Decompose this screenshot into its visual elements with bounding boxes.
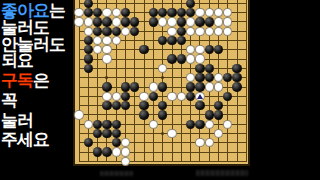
overlay-text-panel: 좋아요는눌러도안눌러도되요구독은꼭눌러주세요 [0, 0, 73, 180]
white-stone [121, 138, 130, 147]
white-stone [112, 147, 121, 156]
white-stone [186, 54, 195, 63]
white-stone [121, 147, 130, 156]
overlay-text-part: 꼭 [1, 91, 17, 110]
black-stone [102, 129, 111, 138]
black-stone [139, 110, 148, 119]
grid-line [144, 0, 145, 162]
watermark-right [196, 170, 248, 176]
black-stone [112, 138, 121, 147]
white-stone [93, 45, 102, 54]
black-stone [195, 17, 204, 26]
black-stone [130, 27, 139, 36]
white-stone [74, 8, 83, 17]
white-stone [186, 27, 195, 36]
white-stone [121, 27, 130, 36]
white-stone [102, 8, 111, 17]
black-stone [93, 17, 102, 26]
black-stone [149, 8, 158, 17]
white-stone [102, 36, 111, 45]
white-stone [223, 17, 232, 26]
white-stone [74, 110, 83, 119]
black-stone [93, 120, 102, 129]
white-stone [121, 157, 130, 166]
white-stone [74, 17, 83, 26]
black-stone [102, 120, 111, 129]
black-stone [84, 0, 93, 8]
white-stone [167, 27, 176, 36]
black-stone [93, 129, 102, 138]
black-stone [84, 45, 93, 54]
black-stone [84, 54, 93, 63]
star-point [105, 76, 108, 79]
black-stone [177, 54, 186, 63]
white-stone [214, 17, 223, 26]
black-stone [205, 17, 214, 26]
white-stone [214, 8, 223, 17]
white-stone [214, 73, 223, 82]
black-stone [186, 92, 195, 101]
white-stone [195, 8, 204, 17]
overlay-text-line: 주세요 [1, 131, 49, 148]
black-stone [102, 27, 111, 36]
white-stone [177, 92, 186, 101]
black-stone [112, 27, 121, 36]
white-stone [112, 92, 121, 101]
black-stone [195, 73, 204, 82]
white-stone [205, 138, 214, 147]
grid-line [79, 142, 247, 143]
black-stone [205, 64, 214, 73]
overlay-text-part: 되요 [1, 51, 33, 70]
white-stone [139, 92, 148, 101]
white-stone [102, 54, 111, 63]
white-stone [205, 82, 214, 91]
white-stone [84, 17, 93, 26]
black-stone [186, 0, 195, 8]
black-stone [84, 8, 93, 17]
black-stone [121, 8, 130, 17]
black-stone [167, 54, 176, 63]
black-stone [158, 110, 167, 119]
black-stone [139, 101, 148, 110]
overlay-text-part: 는 [49, 1, 65, 20]
black-stone [93, 8, 102, 17]
black-stone [232, 64, 241, 73]
black-stone [149, 92, 158, 101]
overlay-text-part: 눌러 [1, 111, 33, 130]
white-stone [223, 120, 232, 129]
black-stone [186, 8, 195, 17]
grid-line [246, 0, 247, 162]
overlay-text-part: 주세요 [1, 130, 49, 149]
black-stone [84, 138, 93, 147]
right-letterbox [250, 0, 320, 180]
black-stone [195, 120, 204, 129]
white-stone [214, 129, 223, 138]
white-stone [112, 36, 121, 45]
white-stone [84, 120, 93, 129]
white-stone [195, 138, 204, 147]
white-stone [167, 92, 176, 101]
black-stone [102, 17, 111, 26]
black-stone [121, 92, 130, 101]
black-stone [186, 120, 195, 129]
black-stone [158, 36, 167, 45]
black-stone [84, 36, 93, 45]
white-stone [167, 129, 176, 138]
black-stone [195, 64, 204, 73]
go-board [73, 0, 250, 166]
overlay-text-line: 되요 [1, 52, 33, 69]
overlay-text-line: 구독은 [1, 72, 49, 89]
black-stone [139, 45, 148, 54]
grid-line [79, 161, 247, 162]
black-stone [112, 129, 121, 138]
overlay-text-part: 구독 [1, 71, 33, 90]
black-stone [158, 8, 167, 17]
watermark-left [100, 171, 133, 176]
black-stone [158, 82, 167, 91]
black-stone [214, 45, 223, 54]
black-stone [205, 73, 214, 82]
black-stone [102, 82, 111, 91]
black-stone [177, 8, 186, 17]
white-stone [112, 8, 121, 17]
black-stone [195, 101, 204, 110]
black-stone [167, 36, 176, 45]
black-stone [214, 101, 223, 110]
white-stone [223, 27, 232, 36]
black-stone [121, 17, 130, 26]
black-stone [232, 73, 241, 82]
white-stone [167, 17, 176, 26]
overlay-text-line: 좋아요는 [1, 2, 65, 19]
star-point [161, 76, 164, 79]
white-stone [195, 54, 204, 63]
black-stone [223, 73, 232, 82]
white-stone [214, 82, 223, 91]
white-stone [102, 45, 111, 54]
black-stone [112, 120, 121, 129]
white-stone [93, 36, 102, 45]
black-stone [102, 101, 111, 110]
white-stone [149, 120, 158, 129]
white-stone [186, 45, 195, 54]
white-stone [158, 64, 167, 73]
black-stone [130, 17, 139, 26]
black-stone [195, 82, 204, 91]
white-stone [223, 8, 232, 17]
white-stone [186, 17, 195, 26]
overlay-text-part: 은 [33, 71, 49, 90]
black-stone [84, 64, 93, 73]
black-stone [223, 92, 232, 101]
black-stone [214, 110, 223, 119]
black-stone [102, 147, 111, 156]
black-stone [205, 110, 214, 119]
black-stone [121, 101, 130, 110]
black-stone [158, 101, 167, 110]
white-stone [205, 27, 214, 36]
white-stone [205, 8, 214, 17]
overlay-text-line: 꼭 [1, 92, 17, 109]
overlay-text-line: 눌러도 [1, 19, 49, 36]
white-stone [205, 120, 214, 129]
black-stone [149, 17, 158, 26]
white-stone [195, 27, 204, 36]
video-frame: 좋아요는눌러도안눌러도되요구독은꼭눌러주세요 [0, 0, 320, 180]
black-stone [177, 36, 186, 45]
white-stone [186, 73, 195, 82]
black-stone [121, 82, 130, 91]
black-stone [232, 82, 241, 91]
star-point [161, 132, 164, 135]
white-stone [149, 82, 158, 91]
white-stone [102, 92, 111, 101]
black-stone [177, 27, 186, 36]
black-stone [93, 27, 102, 36]
black-stone [205, 45, 214, 54]
white-stone [195, 45, 204, 54]
black-stone [167, 8, 176, 17]
overlay-text-line: 눌러 [1, 112, 33, 129]
black-stone [130, 82, 139, 91]
white-stone [158, 17, 167, 26]
last-move-marker [197, 94, 203, 99]
white-stone [214, 27, 223, 36]
white-stone [112, 17, 121, 26]
grid-line [79, 3, 247, 4]
black-stone [177, 17, 186, 26]
black-stone [93, 147, 102, 156]
white-stone [84, 27, 93, 36]
black-stone [186, 82, 195, 91]
black-stone [112, 101, 121, 110]
